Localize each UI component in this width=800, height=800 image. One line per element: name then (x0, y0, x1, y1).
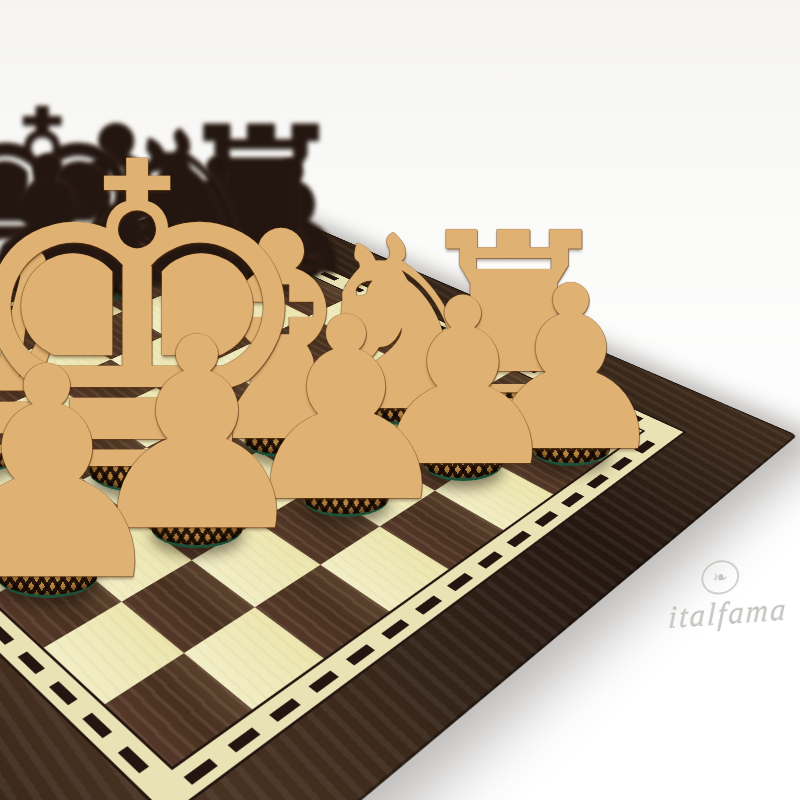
piece-glyph: ♟ (0, 364, 178, 586)
watermark: ❧ italfama (636, 551, 800, 674)
pieces-layer: ♚♟♝♞♟♜♟♛♟♚♟♝♟♞♟♜♟ (0, 0, 800, 800)
watermark-logo-icon: ❧ (701, 559, 740, 596)
chess-set-photo: ♚♟♝♞♟♜♟♛♟♚♟♝♟♞♟♜♟ ❧ italfama (0, 0, 800, 800)
watermark-text: italfama (638, 590, 800, 639)
